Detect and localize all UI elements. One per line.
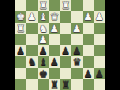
square-a1[interactable] <box>15 79 26 90</box>
square-f5[interactable] <box>71 34 82 45</box>
piece-black-queen[interactable]: ♛ <box>72 56 81 67</box>
square-a7[interactable]: ♚ <box>15 11 26 22</box>
chess-board: ♜♜♚♟♝♛♟♟♜♞♟♟♟♟♟♟♟♞♝♟♛♚♟♟♜♜ <box>15 0 105 90</box>
square-b4[interactable] <box>26 45 37 56</box>
square-f1[interactable] <box>71 79 82 90</box>
piece-white-pawn[interactable]: ♟ <box>27 11 36 22</box>
square-g2[interactable]: ♟ <box>83 68 94 79</box>
square-a4[interactable]: ♟ <box>15 45 26 56</box>
square-b3[interactable]: ♞ <box>26 56 37 67</box>
square-e3[interactable] <box>60 56 71 67</box>
square-f8[interactable] <box>71 0 82 11</box>
square-h1[interactable] <box>94 79 105 90</box>
square-b2[interactable] <box>26 68 37 79</box>
piece-black-pawn[interactable]: ♟ <box>72 45 81 56</box>
piece-black-king[interactable]: ♚ <box>39 68 48 79</box>
square-g7[interactable]: ♟ <box>83 11 94 22</box>
square-h6[interactable] <box>94 23 105 34</box>
square-h4[interactable] <box>94 45 105 56</box>
square-e8[interactable]: ♜ <box>60 0 71 11</box>
square-g6[interactable] <box>83 23 94 34</box>
square-b6[interactable] <box>26 23 37 34</box>
square-a2[interactable] <box>15 68 26 79</box>
square-f6[interactable]: ♟ <box>71 23 82 34</box>
square-d2[interactable] <box>49 68 60 79</box>
square-e5[interactable] <box>60 34 71 45</box>
piece-black-rook[interactable]: ♜ <box>50 79 59 90</box>
square-a3[interactable] <box>15 56 26 67</box>
square-h2[interactable]: ♟ <box>94 68 105 79</box>
square-c5[interactable]: ♟ <box>38 34 49 45</box>
letterbox-right <box>105 0 120 90</box>
piece-white-king[interactable]: ♚ <box>16 11 25 22</box>
square-c6[interactable]: ♞ <box>38 23 49 34</box>
square-h7[interactable]: ♟ <box>94 11 105 22</box>
piece-black-pawn[interactable]: ♟ <box>95 68 104 79</box>
square-g4[interactable] <box>83 45 94 56</box>
square-g5[interactable] <box>83 34 94 45</box>
square-f7[interactable] <box>71 11 82 22</box>
letterbox-left <box>0 0 15 90</box>
square-e2[interactable] <box>60 68 71 79</box>
square-b8[interactable] <box>26 0 37 11</box>
square-d3[interactable]: ♟ <box>49 56 60 67</box>
piece-white-rook[interactable]: ♜ <box>16 23 25 34</box>
piece-white-knight[interactable]: ♞ <box>39 23 48 34</box>
chess-app-viewport: ♜♜♚♟♝♛♟♟♜♞♟♟♟♟♟♟♟♞♝♟♛♚♟♟♜♜ <box>0 0 120 90</box>
piece-white-queen[interactable]: ♛ <box>50 11 59 22</box>
square-c7[interactable]: ♝ <box>38 11 49 22</box>
square-f2[interactable] <box>71 68 82 79</box>
square-e7[interactable] <box>60 11 71 22</box>
square-f4[interactable]: ♟ <box>71 45 82 56</box>
square-d4[interactable] <box>49 45 60 56</box>
piece-black-pawn[interactable]: ♟ <box>84 68 93 79</box>
square-d5[interactable] <box>49 34 60 45</box>
piece-black-rook[interactable]: ♜ <box>61 79 70 90</box>
square-g3[interactable] <box>83 56 94 67</box>
square-c2[interactable]: ♚ <box>38 68 49 79</box>
piece-black-bishop[interactable]: ♝ <box>39 56 48 67</box>
square-g8[interactable] <box>83 0 94 11</box>
square-d7[interactable]: ♛ <box>49 11 60 22</box>
square-d1[interactable]: ♜ <box>49 79 60 90</box>
piece-white-pawn[interactable]: ♟ <box>84 11 93 22</box>
square-h8[interactable] <box>94 0 105 11</box>
piece-white-rook[interactable]: ♜ <box>39 0 48 11</box>
square-c1[interactable] <box>38 79 49 90</box>
square-d8[interactable] <box>49 0 60 11</box>
square-f3[interactable]: ♛ <box>71 56 82 67</box>
piece-white-rook[interactable]: ♜ <box>61 0 70 11</box>
square-h5[interactable] <box>94 34 105 45</box>
piece-white-pawn[interactable]: ♟ <box>39 34 48 45</box>
square-h3[interactable] <box>94 56 105 67</box>
piece-black-pawn[interactable]: ♟ <box>16 45 25 56</box>
square-e6[interactable] <box>60 23 71 34</box>
piece-white-pawn[interactable]: ♟ <box>72 23 81 34</box>
piece-black-pawn[interactable]: ♟ <box>39 45 48 56</box>
square-b7[interactable]: ♟ <box>26 11 37 22</box>
piece-white-pawn[interactable]: ♟ <box>95 11 104 22</box>
square-c3[interactable]: ♝ <box>38 56 49 67</box>
square-c4[interactable]: ♟ <box>38 45 49 56</box>
square-a8[interactable] <box>15 0 26 11</box>
square-e4[interactable]: ♟ <box>60 45 71 56</box>
square-e1[interactable]: ♜ <box>60 79 71 90</box>
square-c8[interactable]: ♜ <box>38 0 49 11</box>
square-b5[interactable] <box>26 34 37 45</box>
square-a6[interactable]: ♜ <box>15 23 26 34</box>
square-g1[interactable] <box>83 79 94 90</box>
piece-white-bishop[interactable]: ♝ <box>39 11 48 22</box>
square-a5[interactable] <box>15 34 26 45</box>
piece-black-pawn[interactable]: ♟ <box>50 56 59 67</box>
square-b1[interactable] <box>26 79 37 90</box>
piece-black-pawn[interactable]: ♟ <box>61 45 70 56</box>
square-d6[interactable]: ♟ <box>49 23 60 34</box>
piece-black-knight[interactable]: ♞ <box>27 56 36 67</box>
piece-white-pawn[interactable]: ♟ <box>50 23 59 34</box>
